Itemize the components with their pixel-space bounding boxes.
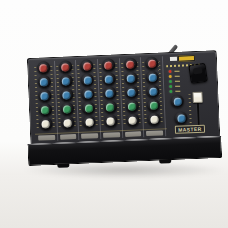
channel-knob [38,89,52,103]
channel-knob [145,57,159,71]
mixer-top-panel: MASTER [27,50,220,144]
fader-scale-ticks [188,94,191,128]
led-scale-tick [175,76,180,77]
brand-badge [170,55,195,62]
meter-led [168,70,171,73]
channel-knob [146,71,160,85]
photo-stage: MASTER [0,0,228,228]
channel-knob [58,60,72,74]
channel-knob [103,86,117,100]
master-knob [174,111,188,125]
meter-led [169,75,172,78]
knob-cap [84,90,92,98]
knob-cap [106,89,114,97]
knob-cap [63,119,71,127]
channel-label-plate [103,132,120,138]
audio-mixer: MASTER [27,50,221,166]
channel-knob [37,61,51,75]
fader-cap [192,92,202,103]
channel-knob [104,114,118,128]
knob-cap [173,97,181,105]
model-badge-block [178,55,195,62]
channel-label-plate [38,135,55,141]
channel-knob [146,85,160,99]
led-scale-tick [174,71,179,72]
channel-knob [80,59,94,73]
led-scale-tick [175,86,180,87]
knob-cap [128,102,136,110]
channel-knob [60,88,74,102]
meter-led [169,90,172,93]
channel-knob [123,57,137,71]
channel-knob [102,58,116,72]
channel-knob [104,100,118,114]
knob-cap [39,64,47,72]
knob-cap [41,92,49,100]
knob-cap [85,118,93,126]
channel-knob [124,71,138,85]
led-scale-tick [175,91,180,92]
knob-cap [177,114,185,122]
channel-knob [126,113,140,127]
master-section: MASTER [163,54,216,136]
channel-knob [102,72,116,86]
led-scale-tick [175,81,180,82]
knob-cap [149,101,157,109]
knob-cap [127,88,135,96]
channel-knob [125,99,139,113]
knob-cap [107,117,115,125]
knob-cap [104,61,112,69]
knob-cap [62,91,70,99]
knob-cap [61,63,69,71]
knob-cap [105,75,113,83]
channel-label-plate [60,134,77,140]
meter-led [169,80,172,83]
knob-cap [41,106,49,114]
led-row [169,80,180,83]
knob-cap [106,103,114,111]
knob-cap [63,105,71,113]
led-row [169,75,180,78]
knob-cap [42,120,50,128]
channel-knob [147,112,161,126]
channel-knob [60,102,74,116]
knob-cap [83,76,91,84]
channel-label-plate [146,130,163,136]
channel-knob [82,115,96,129]
knob-cap [126,60,134,68]
knob-cap [62,77,70,85]
channel-knob [39,117,53,131]
brand-badge-block [170,57,177,61]
channel-strips [33,56,166,141]
channel-knob [147,98,161,112]
knob-cap [148,73,156,81]
channel-knob [82,101,96,115]
channel-knob [125,85,139,99]
channel-knob [37,75,51,89]
knob-cap [150,115,158,123]
led-row [168,70,179,73]
rubber-foot [57,163,69,167]
channel-knob [59,74,73,88]
channel-knob [61,116,75,130]
channel-label-plate [125,131,142,137]
level-meter-leds [168,70,180,93]
knob-cap [83,62,91,70]
master-knob [170,94,184,108]
knob-cap [40,78,48,86]
led-row [169,85,180,88]
knob-cap [149,87,157,95]
channel-knob [81,73,95,87]
channel-knob [81,87,95,101]
meter-led [169,85,172,88]
channel-knob [39,103,53,117]
master-label: MASTER [175,125,205,134]
power-switch [188,63,208,84]
knob-cap [148,59,156,67]
channel-label-plate [81,133,98,139]
knob-cap [127,74,135,82]
knob-cap [84,104,92,112]
rubber-foot [159,159,171,163]
led-row [169,90,180,93]
knob-cap [128,116,136,124]
